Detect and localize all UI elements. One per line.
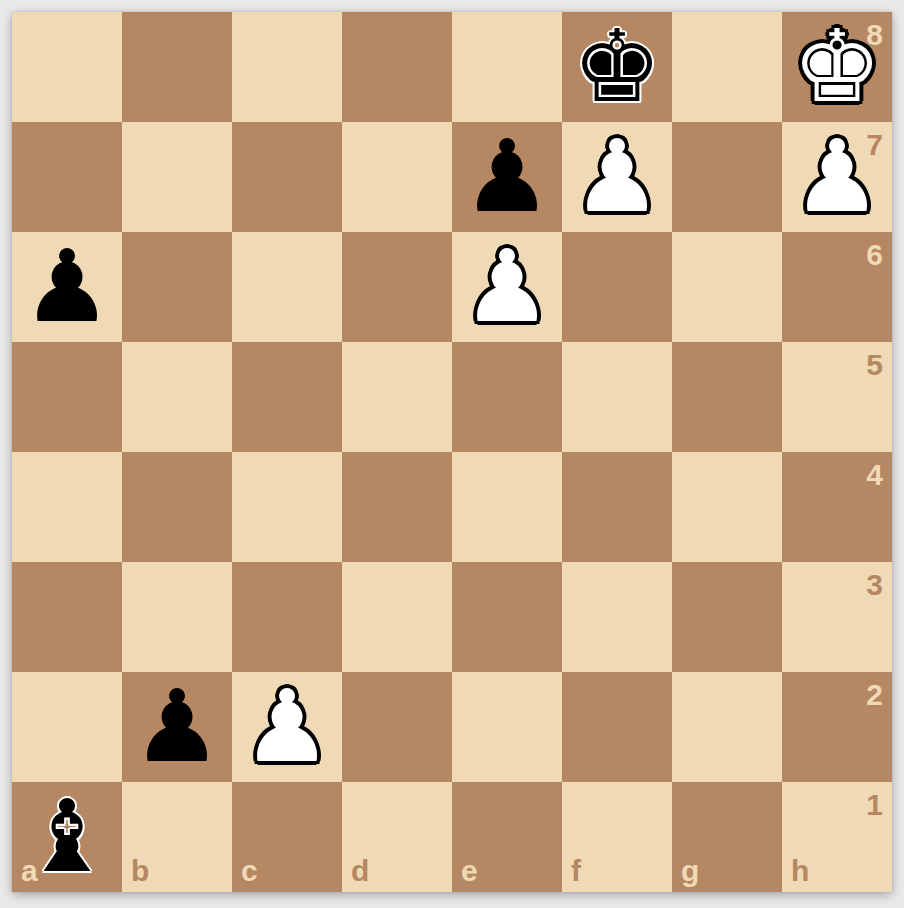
rank-label-5: 5 — [866, 350, 883, 380]
square-a1[interactable]: ♝a — [12, 782, 122, 892]
square-h2[interactable]: 2 — [782, 672, 892, 782]
square-b7[interactable] — [122, 122, 232, 232]
white-king[interactable]: ♚ — [782, 12, 892, 122]
square-e4[interactable] — [452, 452, 562, 562]
square-h7[interactable]: ♟7 — [782, 122, 892, 232]
square-f3[interactable] — [562, 562, 672, 672]
square-e8[interactable] — [452, 12, 562, 122]
square-d3[interactable] — [342, 562, 452, 672]
square-f8[interactable]: ♚ — [562, 12, 672, 122]
square-c1[interactable]: c — [232, 782, 342, 892]
square-d5[interactable] — [342, 342, 452, 452]
square-h5[interactable]: 5 — [782, 342, 892, 452]
square-g2[interactable] — [672, 672, 782, 782]
square-g1[interactable]: g — [672, 782, 782, 892]
chess-board: ♚♚8♟♟♟7♟♟6543♟♟2♝abcdefg1h — [12, 12, 892, 892]
square-g8[interactable] — [672, 12, 782, 122]
square-a4[interactable] — [12, 452, 122, 562]
square-d2[interactable] — [342, 672, 452, 782]
file-label-e: e — [461, 856, 478, 886]
file-label-b: b — [131, 856, 149, 886]
black-pawn[interactable]: ♟ — [452, 122, 562, 232]
square-b6[interactable] — [122, 232, 232, 342]
square-b4[interactable] — [122, 452, 232, 562]
square-h1[interactable]: 1h — [782, 782, 892, 892]
square-d1[interactable]: d — [342, 782, 452, 892]
square-g4[interactable] — [672, 452, 782, 562]
square-e6[interactable]: ♟ — [452, 232, 562, 342]
square-h3[interactable]: 3 — [782, 562, 892, 672]
square-b1[interactable]: b — [122, 782, 232, 892]
square-h8[interactable]: ♚8 — [782, 12, 892, 122]
square-f5[interactable] — [562, 342, 672, 452]
square-d8[interactable] — [342, 12, 452, 122]
square-c4[interactable] — [232, 452, 342, 562]
file-label-g: g — [681, 856, 699, 886]
square-f6[interactable] — [562, 232, 672, 342]
square-a3[interactable] — [12, 562, 122, 672]
square-c7[interactable] — [232, 122, 342, 232]
square-h4[interactable]: 4 — [782, 452, 892, 562]
rank-label-4: 4 — [866, 460, 883, 490]
rank-label-1: 1 — [866, 790, 883, 820]
rank-label-2: 2 — [866, 680, 883, 710]
square-c8[interactable] — [232, 12, 342, 122]
black-bishop[interactable]: ♝ — [12, 782, 122, 892]
white-pawn[interactable]: ♟ — [232, 672, 342, 782]
square-a5[interactable] — [12, 342, 122, 452]
square-a8[interactable] — [12, 12, 122, 122]
square-d7[interactable] — [342, 122, 452, 232]
square-g6[interactable] — [672, 232, 782, 342]
square-c3[interactable] — [232, 562, 342, 672]
square-e1[interactable]: e — [452, 782, 562, 892]
square-g3[interactable] — [672, 562, 782, 672]
white-pawn[interactable]: ♟ — [562, 122, 672, 232]
square-d6[interactable] — [342, 232, 452, 342]
square-f7[interactable]: ♟ — [562, 122, 672, 232]
square-g7[interactable] — [672, 122, 782, 232]
file-label-c: c — [241, 856, 258, 886]
square-c6[interactable] — [232, 232, 342, 342]
square-b2[interactable]: ♟ — [122, 672, 232, 782]
square-d4[interactable] — [342, 452, 452, 562]
black-pawn[interactable]: ♟ — [12, 232, 122, 342]
file-label-f: f — [571, 856, 581, 886]
square-a6[interactable]: ♟ — [12, 232, 122, 342]
square-c2[interactable]: ♟ — [232, 672, 342, 782]
file-label-d: d — [351, 856, 369, 886]
white-pawn[interactable]: ♟ — [452, 232, 562, 342]
rank-label-3: 3 — [866, 570, 883, 600]
square-h6[interactable]: 6 — [782, 232, 892, 342]
square-f1[interactable]: f — [562, 782, 672, 892]
square-f4[interactable] — [562, 452, 672, 562]
square-a7[interactable] — [12, 122, 122, 232]
square-f2[interactable] — [562, 672, 672, 782]
black-pawn[interactable]: ♟ — [122, 672, 232, 782]
rank-label-6: 6 — [866, 240, 883, 270]
square-e2[interactable] — [452, 672, 562, 782]
square-g5[interactable] — [672, 342, 782, 452]
square-a2[interactable] — [12, 672, 122, 782]
white-pawn[interactable]: ♟ — [782, 122, 892, 232]
square-e5[interactable] — [452, 342, 562, 452]
square-e3[interactable] — [452, 562, 562, 672]
square-b8[interactable] — [122, 12, 232, 122]
board-container: ♚♚8♟♟♟7♟♟6543♟♟2♝abcdefg1h — [12, 12, 892, 892]
square-c5[interactable] — [232, 342, 342, 452]
square-e7[interactable]: ♟ — [452, 122, 562, 232]
square-b5[interactable] — [122, 342, 232, 452]
file-label-h: h — [791, 856, 809, 886]
square-b3[interactable] — [122, 562, 232, 672]
black-king[interactable]: ♚ — [562, 12, 672, 122]
